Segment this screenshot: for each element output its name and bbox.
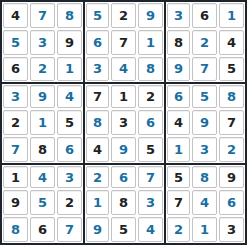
cell-r2c3[interactable]: 9 — [56, 29, 83, 56]
given-digit: 5 — [219, 57, 244, 82]
cell-r7c5[interactable]: 6 — [110, 163, 137, 190]
cell-r3c2[interactable]: 2 — [29, 56, 56, 83]
cell-r3c9[interactable]: 5 — [218, 56, 245, 83]
given-digit: 2 — [111, 3, 136, 28]
entered-digit: 9 — [192, 110, 217, 135]
given-digit: 2 — [57, 190, 82, 215]
cell-r5c8[interactable]: 9 — [191, 109, 218, 136]
cell-r8c5[interactable]: 8 — [110, 189, 137, 216]
entered-digit: 2 — [30, 57, 55, 82]
cell-r7c2[interactable]: 4 — [29, 163, 56, 190]
cell-r6c2[interactable]: 8 — [29, 136, 56, 163]
cell-r6c7[interactable]: 1 — [164, 136, 191, 163]
cell-r9c5[interactable]: 5 — [110, 216, 137, 243]
cell-r4c1[interactable]: 3 — [2, 82, 29, 109]
entered-digit: 4 — [192, 190, 217, 215]
entered-digit: 6 — [167, 85, 190, 108]
entered-digit: 6 — [86, 30, 109, 55]
cell-r1c8[interactable]: 6 — [191, 2, 218, 29]
cell-r8c7[interactable]: 7 — [164, 189, 191, 216]
cell-r1c5[interactable]: 2 — [110, 2, 137, 29]
entered-digit: 6 — [138, 110, 163, 135]
entered-digit: 9 — [86, 217, 109, 242]
entered-digit: 2 — [86, 166, 109, 189]
given-digit: 9 — [57, 30, 82, 55]
cell-r4c9[interactable]: 8 — [218, 82, 245, 109]
given-digit: 4 — [3, 3, 28, 28]
given-digit: 9 — [3, 190, 28, 215]
given-digit: 4 — [167, 110, 190, 135]
entered-digit: 3 — [138, 190, 163, 215]
entered-digit: 7 — [57, 217, 82, 242]
entered-digit: 2 — [219, 137, 244, 162]
given-digit: 4 — [219, 30, 244, 55]
given-digit: 6 — [192, 3, 217, 28]
cell-r9c9[interactable]: 3 — [218, 216, 245, 243]
cell-r7c4[interactable]: 2 — [83, 163, 110, 190]
cell-r7c6[interactable]: 7 — [137, 163, 164, 190]
cell-r8c4[interactable]: 1 — [83, 189, 110, 216]
cell-r2c9[interactable]: 4 — [218, 29, 245, 56]
given-digit: 5 — [111, 217, 136, 242]
entered-digit: 4 — [30, 166, 55, 189]
cell-r5c4[interactable]: 8 — [83, 109, 110, 136]
cell-r9c6[interactable]: 4 — [137, 216, 164, 243]
entered-digit: 5 — [30, 190, 55, 215]
entered-digit: 1 — [192, 217, 217, 242]
cell-r9c8[interactable]: 1 — [191, 216, 218, 243]
cell-r5c5[interactable]: 3 — [110, 109, 137, 136]
given-digit: 4 — [86, 137, 109, 162]
entered-digit: 9 — [138, 3, 163, 28]
cell-r5c7[interactable]: 4 — [164, 109, 191, 136]
entered-digit: 6 — [111, 166, 136, 189]
entered-digit: 3 — [86, 57, 109, 82]
entered-digit: 5 — [3, 30, 28, 55]
entered-digit: 8 — [86, 110, 109, 135]
cell-r4c2[interactable]: 9 — [29, 82, 56, 109]
cell-r6c9[interactable]: 2 — [218, 136, 245, 163]
entered-digit: 8 — [192, 166, 217, 189]
cell-r1c4[interactable]: 5 — [83, 2, 110, 29]
entered-digit: 1 — [167, 137, 190, 162]
cell-r3c1[interactable]: 6 — [2, 56, 29, 83]
cell-r3c6[interactable]: 8 — [137, 56, 164, 83]
entered-digit: 4 — [138, 217, 163, 242]
entered-digit: 6 — [219, 190, 244, 215]
cell-r1c7[interactable]: 3 — [164, 2, 191, 29]
cell-r4c8[interactable]: 5 — [191, 82, 218, 109]
cell-r9c4[interactable]: 9 — [83, 216, 110, 243]
given-digit: 2 — [138, 85, 163, 108]
cell-r6c4[interactable]: 4 — [83, 136, 110, 163]
cell-r5c6[interactable]: 6 — [137, 109, 164, 136]
entered-digit: 1 — [219, 3, 244, 28]
cell-r4c5[interactable]: 1 — [110, 82, 137, 109]
cell-r3c3[interactable]: 1 — [56, 56, 83, 83]
cell-r7c8[interactable]: 8 — [191, 163, 218, 190]
cell-r2c4[interactable]: 6 — [83, 29, 110, 56]
entered-digit: 1 — [57, 57, 82, 82]
cell-r1c2[interactable]: 7 — [29, 2, 56, 29]
given-digit: 5 — [57, 110, 82, 135]
cell-r6c5[interactable]: 9 — [110, 136, 137, 163]
cell-r8c6[interactable]: 3 — [137, 189, 164, 216]
given-digit: 1 — [111, 85, 136, 108]
given-digit: 8 — [30, 137, 55, 162]
entered-digit: 7 — [138, 166, 163, 189]
entered-digit: 9 — [111, 137, 136, 162]
cell-r5c2[interactable]: 1 — [29, 109, 56, 136]
cell-r6c8[interactable]: 3 — [191, 136, 218, 163]
entered-digit: 2 — [167, 217, 190, 242]
sudoku-board: 4785293615396718246213489753947126582158… — [0, 0, 247, 245]
cell-r2c1[interactable]: 5 — [2, 29, 29, 56]
entered-digit: 1 — [86, 190, 109, 215]
cell-r6c6[interactable]: 5 — [137, 136, 164, 163]
cell-r2c5[interactable]: 7 — [110, 29, 137, 56]
entered-digit: 4 — [111, 57, 136, 82]
given-digit: 6 — [30, 217, 55, 242]
cell-r8c1[interactable]: 9 — [2, 189, 29, 216]
entered-digit: 8 — [3, 217, 28, 242]
given-digit: 5 — [138, 137, 163, 162]
cell-r6c1[interactable]: 7 — [2, 136, 29, 163]
cell-r6c3[interactable]: 6 — [56, 136, 83, 163]
cell-r2c6[interactable]: 1 — [137, 29, 164, 56]
given-digit: 9 — [219, 166, 244, 189]
cell-r3c5[interactable]: 4 — [110, 56, 137, 83]
cell-r1c9[interactable]: 1 — [218, 2, 245, 29]
given-digit: 1 — [3, 166, 28, 189]
cell-r3c7[interactable]: 9 — [164, 56, 191, 83]
cell-r9c1[interactable]: 8 — [2, 216, 29, 243]
cell-r1c3[interactable]: 8 — [56, 2, 83, 29]
entered-digit: 3 — [167, 3, 190, 28]
cell-r3c8[interactable]: 7 — [191, 56, 218, 83]
cell-r4c4[interactable]: 7 — [83, 82, 110, 109]
cell-r8c2[interactable]: 5 — [29, 189, 56, 216]
entered-digit: 1 — [30, 110, 55, 135]
cell-r7c3[interactable]: 3 — [56, 163, 83, 190]
entered-digit: 5 — [86, 3, 109, 28]
cell-r3c4[interactable]: 3 — [83, 56, 110, 83]
cell-r5c1[interactable]: 2 — [2, 109, 29, 136]
cell-r9c7[interactable]: 2 — [164, 216, 191, 243]
given-digit: 3 — [111, 110, 136, 135]
entered-digit: 3 — [30, 30, 55, 55]
entered-digit: 7 — [30, 3, 55, 28]
cell-r7c7[interactable]: 5 — [164, 163, 191, 190]
cell-r4c3[interactable]: 4 — [56, 82, 83, 109]
entered-digit: 7 — [3, 137, 28, 162]
entered-digit: 5 — [192, 85, 217, 108]
entered-digit: 3 — [57, 166, 82, 189]
entered-digit: 8 — [219, 85, 244, 108]
entered-digit: 9 — [167, 57, 190, 82]
entered-digit: 8 — [138, 57, 163, 82]
given-digit: 7 — [111, 30, 136, 55]
cell-r2c7[interactable]: 8 — [164, 29, 191, 56]
entered-digit: 9 — [30, 85, 55, 108]
entered-digit: 8 — [57, 3, 82, 28]
cell-r7c1[interactable]: 1 — [2, 163, 29, 190]
cell-r8c8[interactable]: 4 — [191, 189, 218, 216]
given-digit: 8 — [111, 190, 136, 215]
cell-r7c9[interactable]: 9 — [218, 163, 245, 190]
given-digit: 7 — [219, 110, 244, 135]
entered-digit: 2 — [192, 30, 217, 55]
given-digit: 5 — [167, 166, 190, 189]
given-digit: 7 — [86, 85, 109, 108]
cell-r1c6[interactable]: 9 — [137, 2, 164, 29]
cell-r9c2[interactable]: 6 — [29, 216, 56, 243]
cell-r2c8[interactable]: 2 — [191, 29, 218, 56]
cell-r5c9[interactable]: 7 — [218, 109, 245, 136]
given-digit: 6 — [3, 57, 28, 82]
entered-digit: 1 — [138, 30, 163, 55]
given-digit: 7 — [167, 190, 190, 215]
entered-digit: 3 — [3, 85, 28, 108]
given-digit: 2 — [3, 110, 28, 135]
cell-r8c3[interactable]: 2 — [56, 189, 83, 216]
entered-digit: 6 — [57, 137, 82, 162]
cell-r4c7[interactable]: 6 — [164, 82, 191, 109]
given-digit: 3 — [219, 217, 244, 242]
entered-digit: 3 — [192, 137, 217, 162]
cell-r2c2[interactable]: 3 — [29, 29, 56, 56]
given-digit: 8 — [167, 30, 190, 55]
cell-r5c3[interactable]: 5 — [56, 109, 83, 136]
cell-r1c1[interactable]: 4 — [2, 2, 29, 29]
cell-r9c3[interactable]: 7 — [56, 216, 83, 243]
cell-r8c9[interactable]: 6 — [218, 189, 245, 216]
cell-r4c6[interactable]: 2 — [137, 82, 164, 109]
entered-digit: 4 — [57, 85, 82, 108]
entered-digit: 7 — [192, 57, 217, 82]
